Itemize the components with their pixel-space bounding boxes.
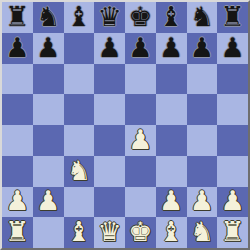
square-h3[interactable] <box>217 156 248 187</box>
square-d3[interactable] <box>94 156 125 187</box>
piece-white-king[interactable]: ♚ <box>128 218 152 245</box>
piece-white-pawn[interactable]: ♟ <box>159 187 183 214</box>
square-c1[interactable]: ♝ <box>64 217 95 248</box>
square-g3[interactable] <box>187 156 218 187</box>
piece-white-bishop[interactable]: ♝ <box>67 218 91 245</box>
piece-white-bishop[interactable]: ♝ <box>159 218 183 245</box>
square-a3[interactable] <box>2 156 33 187</box>
square-d1[interactable]: ♛ <box>94 217 125 248</box>
piece-black-knight[interactable]: ♞ <box>190 3 214 30</box>
piece-black-rook[interactable]: ♜ <box>5 3 29 30</box>
square-a4[interactable] <box>2 125 33 156</box>
piece-black-pawn[interactable]: ♟ <box>36 34 60 61</box>
square-d4[interactable] <box>94 125 125 156</box>
piece-white-queen[interactable]: ♛ <box>98 218 122 245</box>
square-b4[interactable] <box>33 125 64 156</box>
square-b5[interactable] <box>33 94 64 125</box>
square-c2[interactable] <box>64 187 95 218</box>
piece-white-pawn[interactable]: ♟ <box>36 187 60 214</box>
square-a2[interactable]: ♟ <box>2 187 33 218</box>
square-a1[interactable]: ♜ <box>2 217 33 248</box>
piece-black-knight[interactable]: ♞ <box>36 3 60 30</box>
piece-white-pawn[interactable]: ♟ <box>190 187 214 214</box>
square-g2[interactable]: ♟ <box>187 187 218 218</box>
square-e1[interactable]: ♚ <box>125 217 156 248</box>
square-b1[interactable] <box>33 217 64 248</box>
square-f4[interactable] <box>156 125 187 156</box>
square-h7[interactable]: ♟ <box>217 33 248 64</box>
square-e5[interactable] <box>125 94 156 125</box>
piece-black-rook[interactable]: ♜ <box>221 3 245 30</box>
square-e6[interactable] <box>125 64 156 95</box>
square-e8[interactable]: ♚ <box>125 2 156 33</box>
square-e7[interactable]: ♟ <box>125 33 156 64</box>
square-c5[interactable] <box>64 94 95 125</box>
piece-white-pawn[interactable]: ♟ <box>128 126 152 153</box>
square-g5[interactable] <box>187 94 218 125</box>
square-b7[interactable]: ♟ <box>33 33 64 64</box>
square-a6[interactable] <box>2 64 33 95</box>
square-a5[interactable] <box>2 94 33 125</box>
piece-white-rook[interactable]: ♜ <box>221 218 245 245</box>
square-g8[interactable]: ♞ <box>187 2 218 33</box>
square-e3[interactable] <box>125 156 156 187</box>
square-c8[interactable]: ♝ <box>64 2 95 33</box>
square-f5[interactable] <box>156 94 187 125</box>
piece-white-knight[interactable]: ♞ <box>190 218 214 245</box>
square-f1[interactable]: ♝ <box>156 217 187 248</box>
piece-black-pawn[interactable]: ♟ <box>98 34 122 61</box>
square-e2[interactable] <box>125 187 156 218</box>
piece-white-knight[interactable]: ♞ <box>67 157 91 184</box>
square-h2[interactable]: ♟ <box>217 187 248 218</box>
square-h6[interactable] <box>217 64 248 95</box>
piece-black-pawn[interactable]: ♟ <box>221 34 245 61</box>
square-c4[interactable] <box>64 125 95 156</box>
square-f7[interactable]: ♟ <box>156 33 187 64</box>
square-g6[interactable] <box>187 64 218 95</box>
square-d5[interactable] <box>94 94 125 125</box>
piece-black-pawn[interactable]: ♟ <box>5 34 29 61</box>
piece-black-king[interactable]: ♚ <box>128 3 152 30</box>
square-h1[interactable]: ♜ <box>217 217 248 248</box>
piece-white-pawn[interactable]: ♟ <box>221 187 245 214</box>
square-d6[interactable] <box>94 64 125 95</box>
square-b8[interactable]: ♞ <box>33 2 64 33</box>
square-g4[interactable] <box>187 125 218 156</box>
square-h8[interactable]: ♜ <box>217 2 248 33</box>
piece-white-pawn[interactable]: ♟ <box>5 187 29 214</box>
piece-black-bishop[interactable]: ♝ <box>67 3 91 30</box>
piece-black-queen[interactable]: ♛ <box>98 3 122 30</box>
chess-board: ♜♞♝♛♚♝♞♜♟♟♟♟♟♟♟♟♞♟♟♟♟♟♜♝♛♚♝♞♜ <box>2 2 248 248</box>
square-c7[interactable] <box>64 33 95 64</box>
square-c3[interactable]: ♞ <box>64 156 95 187</box>
square-g1[interactable]: ♞ <box>187 217 218 248</box>
square-d2[interactable] <box>94 187 125 218</box>
square-c6[interactable] <box>64 64 95 95</box>
piece-white-rook[interactable]: ♜ <box>5 218 29 245</box>
square-b2[interactable]: ♟ <box>33 187 64 218</box>
square-a8[interactable]: ♜ <box>2 2 33 33</box>
square-h5[interactable] <box>217 94 248 125</box>
square-f8[interactable]: ♝ <box>156 2 187 33</box>
piece-black-pawn[interactable]: ♟ <box>128 34 152 61</box>
piece-black-pawn[interactable]: ♟ <box>159 34 183 61</box>
square-a7[interactable]: ♟ <box>2 33 33 64</box>
piece-black-pawn[interactable]: ♟ <box>190 34 214 61</box>
square-f2[interactable]: ♟ <box>156 187 187 218</box>
square-d8[interactable]: ♛ <box>94 2 125 33</box>
chess-board-frame: ♜♞♝♛♚♝♞♜♟♟♟♟♟♟♟♟♞♟♟♟♟♟♜♝♛♚♝♞♜ <box>0 0 250 250</box>
square-e4[interactable]: ♟ <box>125 125 156 156</box>
piece-black-bishop[interactable]: ♝ <box>159 3 183 30</box>
square-f6[interactable] <box>156 64 187 95</box>
square-d7[interactable]: ♟ <box>94 33 125 64</box>
square-b3[interactable] <box>33 156 64 187</box>
square-h4[interactable] <box>217 125 248 156</box>
square-b6[interactable] <box>33 64 64 95</box>
square-f3[interactable] <box>156 156 187 187</box>
square-g7[interactable]: ♟ <box>187 33 218 64</box>
